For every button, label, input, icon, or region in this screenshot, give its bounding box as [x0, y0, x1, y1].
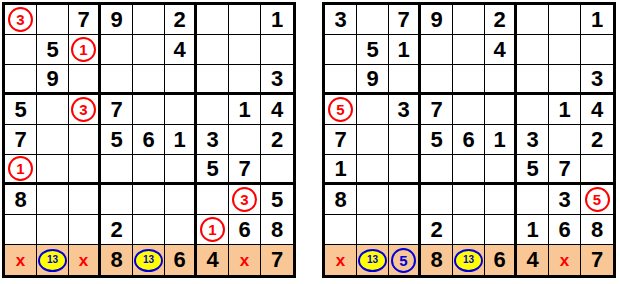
digit: 6: [462, 129, 474, 151]
cell-right-r8c3[interactable]: [389, 215, 421, 245]
digit: 6: [142, 129, 154, 151]
cell-right-r2c6[interactable]: 4: [485, 35, 517, 65]
cell-right-r3c7[interactable]: [517, 65, 549, 95]
cell-left-r3c8[interactable]: [229, 65, 261, 95]
cell-right-r8c4[interactable]: 2: [421, 215, 453, 245]
cell-right-r3c1[interactable]: [325, 65, 357, 95]
digit: 8: [271, 219, 283, 241]
red-circle-mark: 3: [8, 7, 33, 32]
digit: 1: [558, 99, 570, 121]
cell-left-r1c8[interactable]: [229, 5, 261, 35]
cell-right-r3c4[interactable]: [421, 65, 453, 95]
sudoku-board-right: 3792151493537147561321578352168x13581364…: [322, 2, 616, 278]
digit: 8: [334, 189, 346, 211]
cell-right-r9c2[interactable]: 13: [357, 245, 389, 275]
cell-left-r7c9[interactable]: 5: [261, 185, 293, 215]
cell-left-r4c5[interactable]: [133, 95, 165, 125]
red-circle-mark: 1: [71, 37, 96, 62]
cell-right-r7c8[interactable]: 3: [549, 185, 581, 215]
cell-left-r6c9[interactable]: [261, 155, 293, 185]
cell-left-r5c4[interactable]: 5: [101, 125, 133, 155]
cell-right-r4c6[interactable]: [485, 95, 517, 125]
cell-right-r4c7[interactable]: [517, 95, 549, 125]
digit: 1: [493, 129, 505, 151]
cell-right-r9c3[interactable]: 5: [389, 245, 421, 275]
digit: 7: [77, 9, 89, 31]
cell-left-r9c3[interactable]: x: [69, 245, 101, 275]
cell-left-r8c5[interactable]: [133, 215, 165, 245]
cell-left-r5c2[interactable]: [37, 125, 69, 155]
cell-left-r7c2[interactable]: [37, 185, 69, 215]
cell-right-r1c7[interactable]: [517, 5, 549, 35]
digit: 4: [526, 249, 538, 271]
cell-right-r7c5[interactable]: [453, 185, 485, 215]
red-circle-mark: 1: [200, 217, 225, 242]
cell-right-r4c2[interactable]: [357, 95, 389, 125]
digit: 7: [558, 158, 570, 180]
cell-right-r7c9[interactable]: 5: [581, 185, 613, 215]
cell-right-r6c3[interactable]: [389, 155, 421, 185]
cell-right-r3c9[interactable]: 3: [581, 65, 613, 95]
cell-left-r2c2[interactable]: 5: [37, 35, 69, 65]
cell-right-r3c8[interactable]: [549, 65, 581, 95]
cell-left-r7c4[interactable]: [101, 185, 133, 215]
digit: 7: [271, 249, 283, 271]
sudoku-board-left: 3792151493537147561321578352168x13x81364…: [2, 2, 296, 278]
cell-left-r3c4[interactable]: [101, 65, 133, 95]
cell-left-r8c3[interactable]: [69, 215, 101, 245]
digit: 6: [493, 249, 505, 271]
cell-right-r2c1[interactable]: [325, 35, 357, 65]
digit: 4: [173, 39, 185, 61]
cell-left-r3c9[interactable]: 3: [261, 65, 293, 95]
digit: 5: [14, 99, 26, 121]
cell-left-r2c7[interactable]: [197, 35, 229, 65]
cell-left-r2c6[interactable]: 4: [165, 35, 197, 65]
cell-right-r2c9[interactable]: [581, 35, 613, 65]
digit: 4: [271, 99, 283, 121]
cell-left-r9c5[interactable]: 13: [133, 245, 165, 275]
cell-right-r5c9[interactable]: 2: [581, 125, 613, 155]
digit: 8: [591, 219, 603, 241]
digit: 9: [110, 9, 122, 31]
digit: 3: [591, 68, 603, 90]
cell-right-r6c6[interactable]: [485, 155, 517, 185]
cell-left-r4c6[interactable]: [165, 95, 197, 125]
cell-right-r3c2[interactable]: 9: [357, 65, 389, 95]
digit: 8: [14, 189, 26, 211]
digit: 6: [173, 249, 185, 271]
cell-right-r4c8[interactable]: 1: [549, 95, 581, 125]
cell-left-r8c2[interactable]: [37, 215, 69, 245]
cell-right-r4c9[interactable]: 4: [581, 95, 613, 125]
cell-left-r9c1[interactable]: x: [5, 245, 37, 275]
cell-left-r6c1[interactable]: 1: [5, 155, 37, 185]
cell-right-r7c4[interactable]: [421, 185, 453, 215]
cell-right-r9c9[interactable]: 7: [581, 245, 613, 275]
cell-left-r3c7[interactable]: [197, 65, 229, 95]
cell-left-r2c3[interactable]: 1: [69, 35, 101, 65]
sum-oval: 13: [134, 249, 163, 272]
x-mark: x: [560, 252, 569, 269]
cell-right-r8c1[interactable]: [325, 215, 357, 245]
cell-right-r4c5[interactable]: [453, 95, 485, 125]
cell-right-r4c3[interactable]: 3: [389, 95, 421, 125]
cell-left-r8c7[interactable]: 1: [197, 215, 229, 245]
cell-left-r1c4[interactable]: 9: [101, 5, 133, 35]
cell-right-r4c1[interactable]: 5: [325, 95, 357, 125]
cell-left-r7c8[interactable]: 3: [229, 185, 261, 215]
cell-right-r8c9[interactable]: 8: [581, 215, 613, 245]
cell-right-r5c5[interactable]: 6: [453, 125, 485, 155]
digit: 3: [526, 129, 538, 151]
cell-left-r1c1[interactable]: 3: [5, 5, 37, 35]
blue-circle-mark: 5: [391, 248, 416, 273]
cell-right-r2c2[interactable]: 5: [357, 35, 389, 65]
cell-left-r8c4[interactable]: 2: [101, 215, 133, 245]
cell-right-r8c6[interactable]: [485, 215, 517, 245]
cell-left-r6c3[interactable]: [69, 155, 101, 185]
cell-right-r5c2[interactable]: [357, 125, 389, 155]
digit: 9: [430, 9, 442, 31]
cell-left-r3c6[interactable]: [165, 65, 197, 95]
cell-right-r7c7[interactable]: [517, 185, 549, 215]
cell-right-r1c1[interactable]: 3: [325, 5, 357, 35]
cell-left-r4c3[interactable]: 3: [69, 95, 101, 125]
cell-right-r6c1[interactable]: 1: [325, 155, 357, 185]
cell-right-r1c9[interactable]: 1: [581, 5, 613, 35]
cell-right-r8c7[interactable]: 1: [517, 215, 549, 245]
cell-right-r5c4[interactable]: 5: [421, 125, 453, 155]
cell-left-r6c4[interactable]: [101, 155, 133, 185]
cell-left-r1c7[interactable]: [197, 5, 229, 35]
digit: 7: [334, 129, 346, 151]
cell-right-r4c4[interactable]: 7: [421, 95, 453, 125]
cell-right-r6c2[interactable]: [357, 155, 389, 185]
cell-right-r1c5[interactable]: [453, 5, 485, 35]
cell-right-r2c4[interactable]: [421, 35, 453, 65]
digit: 1: [238, 99, 250, 121]
cell-right-r8c8[interactable]: 6: [549, 215, 581, 245]
digit: 2: [271, 129, 283, 151]
cell-right-r1c8[interactable]: [549, 5, 581, 35]
cell-left-r6c2[interactable]: [37, 155, 69, 185]
cell-left-r8c6[interactable]: [165, 215, 197, 245]
cell-right-r7c1[interactable]: 8: [325, 185, 357, 215]
digit: 9: [46, 68, 58, 90]
cell-left-r6c7[interactable]: 5: [197, 155, 229, 185]
red-circle-mark: 5: [585, 187, 610, 212]
cell-right-r6c8[interactable]: 7: [549, 155, 581, 185]
digit: 3: [397, 99, 409, 121]
cell-left-r1c5[interactable]: [133, 5, 165, 35]
digit: 7: [591, 249, 603, 271]
cell-right-r5c3[interactable]: [389, 125, 421, 155]
digit: 2: [430, 219, 442, 241]
cell-left-r7c6[interactable]: [165, 185, 197, 215]
cell-right-r7c2[interactable]: [357, 185, 389, 215]
cell-right-r9c5[interactable]: 13: [453, 245, 485, 275]
cell-right-r3c3[interactable]: [389, 65, 421, 95]
digit: 7: [397, 9, 409, 31]
cell-left-r7c5[interactable]: [133, 185, 165, 215]
cell-right-r6c7[interactable]: 5: [517, 155, 549, 185]
cell-left-r5c1[interactable]: 7: [5, 125, 37, 155]
cell-left-r1c6[interactable]: 2: [165, 5, 197, 35]
cell-left-r5c8[interactable]: [229, 125, 261, 155]
cell-left-r3c3[interactable]: [69, 65, 101, 95]
cell-left-r5c6[interactable]: 1: [165, 125, 197, 155]
cell-left-r2c9[interactable]: [261, 35, 293, 65]
digit: 7: [238, 158, 250, 180]
digit: 2: [493, 9, 505, 31]
digit: 5: [46, 39, 58, 61]
cell-left-r3c1[interactable]: [5, 65, 37, 95]
cell-left-r9c9[interactable]: 7: [261, 245, 293, 275]
cell-left-r7c3[interactable]: [69, 185, 101, 215]
cell-right-r8c5[interactable]: [453, 215, 485, 245]
cell-left-r1c9[interactable]: 1: [261, 5, 293, 35]
digit: 2: [110, 219, 122, 241]
cell-right-r1c3[interactable]: 7: [389, 5, 421, 35]
cell-right-r1c2[interactable]: [357, 5, 389, 35]
sum-oval: 13: [38, 249, 67, 272]
x-mark: x: [16, 252, 25, 269]
cell-left-r9c2[interactable]: 13: [37, 245, 69, 275]
digit: 4: [493, 39, 505, 61]
cell-left-r1c3[interactable]: 7: [69, 5, 101, 35]
digit: 2: [173, 9, 185, 31]
cell-left-r5c9[interactable]: 2: [261, 125, 293, 155]
cell-left-r9c4[interactable]: 8: [101, 245, 133, 275]
cell-right-r7c6[interactable]: [485, 185, 517, 215]
cell-right-r2c5[interactable]: [453, 35, 485, 65]
cell-left-r4c8[interactable]: 1: [229, 95, 261, 125]
cell-right-r2c7[interactable]: [517, 35, 549, 65]
cell-right-r3c6[interactable]: [485, 65, 517, 95]
cell-right-r9c6[interactable]: 6: [485, 245, 517, 275]
cell-left-r4c7[interactable]: [197, 95, 229, 125]
cell-right-r5c6[interactable]: 1: [485, 125, 517, 155]
cell-left-r9c7[interactable]: 4: [197, 245, 229, 275]
cell-left-r7c7[interactable]: [197, 185, 229, 215]
cell-left-r5c3[interactable]: [69, 125, 101, 155]
digit: 5: [430, 129, 442, 151]
cell-right-r5c7[interactable]: 3: [517, 125, 549, 155]
red-circle-mark: 3: [232, 187, 257, 212]
cell-left-r4c2[interactable]: [37, 95, 69, 125]
cell-left-r4c1[interactable]: 5: [5, 95, 37, 125]
digit: 6: [238, 219, 250, 241]
x-mark: x: [79, 252, 88, 269]
cell-right-r7c3[interactable]: [389, 185, 421, 215]
cell-right-r6c5[interactable]: [453, 155, 485, 185]
digit: 7: [430, 99, 442, 121]
cell-left-r4c9[interactable]: 4: [261, 95, 293, 125]
digit: 6: [558, 219, 570, 241]
digit: 1: [591, 9, 603, 31]
x-mark: x: [336, 252, 345, 269]
digit: 3: [558, 189, 570, 211]
red-circle-mark: 1: [8, 156, 33, 181]
cell-left-r9c6[interactable]: 6: [165, 245, 197, 275]
cell-right-r9c1[interactable]: x: [325, 245, 357, 275]
digit: 4: [206, 249, 218, 271]
cell-left-r9c8[interactable]: x: [229, 245, 261, 275]
cell-right-r6c4[interactable]: [421, 155, 453, 185]
cell-right-r1c6[interactable]: 2: [485, 5, 517, 35]
digit: 1: [526, 219, 538, 241]
cell-right-r9c4[interactable]: 8: [421, 245, 453, 275]
cell-left-r8c1[interactable]: [5, 215, 37, 245]
cell-left-r2c4[interactable]: [101, 35, 133, 65]
cell-right-r1c4[interactable]: 9: [421, 5, 453, 35]
cell-left-r3c5[interactable]: [133, 65, 165, 95]
digit: 8: [430, 249, 442, 271]
digit: 7: [110, 99, 122, 121]
cell-right-r9c8[interactable]: x: [549, 245, 581, 275]
cell-left-r2c8[interactable]: [229, 35, 261, 65]
sum-oval: 13: [454, 249, 483, 272]
digit: 1: [334, 158, 346, 180]
cell-left-r6c8[interactable]: 7: [229, 155, 261, 185]
cell-left-r6c5[interactable]: [133, 155, 165, 185]
cell-left-r8c9[interactable]: 8: [261, 215, 293, 245]
digit: 3: [334, 9, 346, 31]
red-circle-mark: 3: [71, 97, 96, 122]
digit: 1: [173, 129, 185, 151]
digit: 8: [110, 249, 122, 271]
digit: 5: [366, 39, 378, 61]
digit: 7: [14, 129, 26, 151]
red-circle-mark: 5: [328, 97, 353, 122]
digit: 2: [591, 129, 603, 151]
sum-oval: 13: [358, 249, 387, 272]
digit: 5: [206, 158, 218, 180]
cell-left-r5c5[interactable]: 6: [133, 125, 165, 155]
cell-left-r4c4[interactable]: 7: [101, 95, 133, 125]
digit: 1: [271, 9, 283, 31]
digit: 3: [206, 129, 218, 151]
digit: 9: [366, 68, 378, 90]
cell-left-r2c5[interactable]: [133, 35, 165, 65]
digit: 1: [397, 39, 409, 61]
cell-left-r3c2[interactable]: 9: [37, 65, 69, 95]
cell-left-r8c8[interactable]: 6: [229, 215, 261, 245]
cell-right-r2c3[interactable]: 1: [389, 35, 421, 65]
cell-right-r5c8[interactable]: [549, 125, 581, 155]
cell-right-r3c5[interactable]: [453, 65, 485, 95]
cell-right-r2c8[interactable]: [549, 35, 581, 65]
digit: 3: [271, 68, 283, 90]
cell-left-r2c1[interactable]: [5, 35, 37, 65]
cell-left-r5c7[interactable]: 3: [197, 125, 229, 155]
digit: 5: [271, 189, 283, 211]
x-mark: x: [240, 252, 249, 269]
sudoku-diagrams: 3792151493537147561321578352168x13x81364…: [0, 0, 620, 280]
cell-right-r5c1[interactable]: 7: [325, 125, 357, 155]
cell-right-r6c9[interactable]: [581, 155, 613, 185]
digit: 4: [591, 99, 603, 121]
cell-left-r7c1[interactable]: 8: [5, 185, 37, 215]
cell-left-r1c2[interactable]: [37, 5, 69, 35]
digit: 5: [526, 158, 538, 180]
digit: 5: [110, 129, 122, 151]
cell-right-r9c7[interactable]: 4: [517, 245, 549, 275]
cell-right-r8c2[interactable]: [357, 215, 389, 245]
cell-left-r6c6[interactable]: [165, 155, 197, 185]
